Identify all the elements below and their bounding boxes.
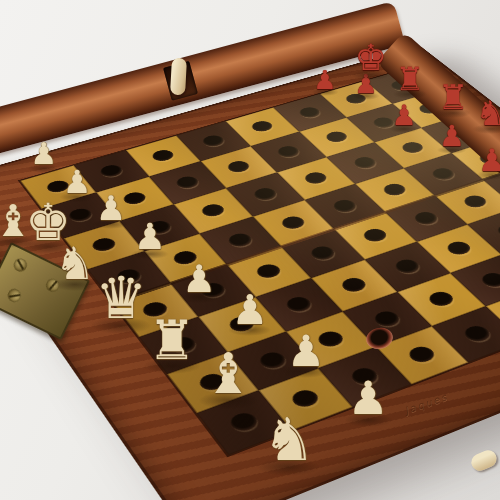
white-pawn-d5[interactable]: ♟ [134, 219, 166, 255]
white-pawn-g2[interactable]: ♟ [287, 330, 326, 373]
white-queen-d4[interactable]: ♛ [95, 269, 147, 327]
photo-stage: Jaques ♟♟♟♟♟♟♟♟♝♚♞♛♜♝♞♟♟♚♜♜♟♟♞♟ [0, 0, 500, 500]
red-pawn-g8[interactable]: ♟ [313, 67, 336, 93]
white-bishop-e2[interactable]: ♝ [203, 346, 253, 402]
white-pawn-c6[interactable]: ♟ [96, 191, 126, 225]
white-pawn-h1[interactable]: ♟ [347, 375, 388, 421]
red-pawn-g6[interactable]: ♟ [391, 102, 416, 130]
pieces-layer: ♟♟♟♟♟♟♟♟♝♚♞♛♜♝♞♟♟♚♜♜♟♟♞♟ [0, 0, 500, 500]
white-rook-d3[interactable]: ♜ [148, 314, 196, 368]
red-king-h8[interactable]: ♚ [355, 40, 387, 76]
white-knight-c5[interactable]: ♞ [55, 241, 95, 286]
white-pawn-a8[interactable]: ♟ [31, 139, 58, 169]
red-rook-h7[interactable]: ♜ [396, 63, 425, 95]
red-pawn-g4[interactable]: ♟ [478, 145, 500, 176]
white-pawn-e4[interactable]: ♟ [182, 260, 216, 298]
white-pawn-f3[interactable]: ♟ [232, 290, 269, 331]
red-pawn-g5[interactable]: ♟ [439, 122, 465, 151]
red-knight-h5[interactable]: ♞ [476, 96, 500, 130]
red-rook-h6[interactable]: ♜ [438, 80, 468, 114]
white-knight-f1[interactable]: ♞ [263, 410, 316, 469]
